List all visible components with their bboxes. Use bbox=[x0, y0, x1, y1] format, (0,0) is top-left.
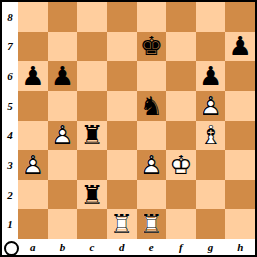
square-b8[interactable] bbox=[48, 2, 78, 32]
square-e5[interactable]: ♞ bbox=[137, 91, 167, 121]
square-a7[interactable] bbox=[18, 32, 48, 62]
file-label-b: b bbox=[48, 239, 78, 255]
piece-outline: ♔ bbox=[166, 150, 196, 180]
square-d2[interactable] bbox=[107, 180, 137, 210]
square-b5[interactable] bbox=[48, 91, 78, 121]
square-g2[interactable] bbox=[196, 180, 226, 210]
square-a5[interactable] bbox=[18, 91, 48, 121]
square-f4[interactable] bbox=[166, 121, 196, 151]
piece-white-bishop[interactable]: ♝♗ bbox=[196, 121, 226, 151]
rank-label-6: 6 bbox=[2, 61, 18, 91]
square-e6[interactable] bbox=[137, 61, 167, 91]
square-h4[interactable] bbox=[225, 121, 255, 151]
piece-outline: ♙ bbox=[196, 91, 226, 121]
piece-white-rook[interactable]: ♜♖ bbox=[137, 209, 167, 239]
rank-label-8: 8 bbox=[2, 2, 18, 32]
square-f1[interactable] bbox=[166, 209, 196, 239]
piece-black-pawn[interactable]: ♟ bbox=[48, 61, 78, 91]
square-f7[interactable] bbox=[166, 32, 196, 62]
piece-outline: ♙ bbox=[18, 150, 48, 180]
square-c6[interactable] bbox=[77, 61, 107, 91]
square-a2[interactable] bbox=[18, 180, 48, 210]
square-c3[interactable] bbox=[77, 150, 107, 180]
square-c5[interactable] bbox=[77, 91, 107, 121]
square-g5[interactable]: ♟♙ bbox=[196, 91, 226, 121]
rank-labels: 87654321 bbox=[2, 2, 18, 239]
rank-label-2: 2 bbox=[2, 180, 18, 210]
rank-label-3: 3 bbox=[2, 150, 18, 180]
piece-outline: ♙ bbox=[137, 150, 167, 180]
piece-black-king[interactable]: ♚ bbox=[137, 32, 167, 62]
piece-black-pawn[interactable]: ♟ bbox=[18, 61, 48, 91]
square-d1[interactable]: ♜♖ bbox=[107, 209, 137, 239]
square-e1[interactable]: ♜♖ bbox=[137, 209, 167, 239]
square-g4[interactable]: ♝♗ bbox=[196, 121, 226, 151]
square-e4[interactable] bbox=[137, 121, 167, 151]
file-label-g: g bbox=[196, 239, 226, 255]
square-b6[interactable]: ♟ bbox=[48, 61, 78, 91]
square-c2[interactable]: ♜ bbox=[77, 180, 107, 210]
square-e8[interactable] bbox=[137, 2, 167, 32]
rank-label-5: 5 bbox=[2, 91, 18, 121]
rank-label-1: 1 bbox=[2, 209, 18, 239]
square-f6[interactable] bbox=[166, 61, 196, 91]
square-d3[interactable] bbox=[107, 150, 137, 180]
file-label-c: c bbox=[77, 239, 107, 255]
square-f5[interactable] bbox=[166, 91, 196, 121]
square-f8[interactable] bbox=[166, 2, 196, 32]
piece-black-pawn[interactable]: ♟ bbox=[225, 32, 255, 62]
piece-white-pawn[interactable]: ♟♙ bbox=[18, 150, 48, 180]
square-f2[interactable] bbox=[166, 180, 196, 210]
chess-diagram: 87654321 ♚♟♟♟♟♞♟♙♟♙♜♝♗♟♙♟♙♚♔♜♜♖♜♖ abcdef… bbox=[0, 0, 257, 257]
piece-black-rook[interactable]: ♜ bbox=[77, 121, 107, 151]
piece-outline: ♙ bbox=[48, 121, 78, 151]
piece-black-knight[interactable]: ♞ bbox=[137, 91, 167, 121]
square-h8[interactable] bbox=[225, 2, 255, 32]
square-c1[interactable] bbox=[77, 209, 107, 239]
file-label-d: d bbox=[107, 239, 137, 255]
square-g1[interactable] bbox=[196, 209, 226, 239]
square-d6[interactable] bbox=[107, 61, 137, 91]
square-h3[interactable] bbox=[225, 150, 255, 180]
square-g7[interactable] bbox=[196, 32, 226, 62]
square-a8[interactable] bbox=[18, 2, 48, 32]
square-d7[interactable] bbox=[107, 32, 137, 62]
square-g8[interactable] bbox=[196, 2, 226, 32]
square-b2[interactable] bbox=[48, 180, 78, 210]
square-d8[interactable] bbox=[107, 2, 137, 32]
piece-black-pawn[interactable]: ♟ bbox=[196, 61, 226, 91]
file-label-a: a bbox=[18, 239, 48, 255]
piece-outline: ♖ bbox=[107, 209, 137, 239]
file-label-e: e bbox=[137, 239, 167, 255]
square-e3[interactable]: ♟♙ bbox=[137, 150, 167, 180]
piece-white-pawn[interactable]: ♟♙ bbox=[137, 150, 167, 180]
square-e2[interactable] bbox=[137, 180, 167, 210]
rank-label-7: 7 bbox=[2, 32, 18, 62]
square-c7[interactable] bbox=[77, 32, 107, 62]
square-c8[interactable] bbox=[77, 2, 107, 32]
square-c4[interactable]: ♜ bbox=[77, 121, 107, 151]
square-b4[interactable]: ♟♙ bbox=[48, 121, 78, 151]
square-d5[interactable] bbox=[107, 91, 137, 121]
piece-outline: ♗ bbox=[196, 121, 226, 151]
square-d4[interactable] bbox=[107, 121, 137, 151]
chess-board: ♚♟♟♟♟♞♟♙♟♙♜♝♗♟♙♟♙♚♔♜♜♖♜♖ bbox=[18, 2, 255, 239]
square-h6[interactable] bbox=[225, 61, 255, 91]
piece-white-rook[interactable]: ♜♖ bbox=[107, 209, 137, 239]
square-a1[interactable] bbox=[18, 209, 48, 239]
square-g6[interactable]: ♟ bbox=[196, 61, 226, 91]
square-g3[interactable] bbox=[196, 150, 226, 180]
square-a3[interactable]: ♟♙ bbox=[18, 150, 48, 180]
square-h5[interactable] bbox=[225, 91, 255, 121]
piece-outline: ♖ bbox=[137, 209, 167, 239]
square-b7[interactable] bbox=[48, 32, 78, 62]
rank-label-4: 4 bbox=[2, 121, 18, 151]
square-e7[interactable]: ♚ bbox=[137, 32, 167, 62]
piece-white-pawn[interactable]: ♟♙ bbox=[48, 121, 78, 151]
square-h7[interactable]: ♟ bbox=[225, 32, 255, 62]
piece-white-king[interactable]: ♚♔ bbox=[166, 150, 196, 180]
file-labels: abcdefgh bbox=[18, 239, 255, 255]
file-label-h: h bbox=[225, 239, 255, 255]
file-label-f: f bbox=[166, 239, 196, 255]
square-h1[interactable] bbox=[225, 209, 255, 239]
piece-white-pawn[interactable]: ♟♙ bbox=[196, 91, 226, 121]
square-b1[interactable] bbox=[48, 209, 78, 239]
square-a6[interactable]: ♟ bbox=[18, 61, 48, 91]
square-b3[interactable] bbox=[48, 150, 78, 180]
piece-black-rook[interactable]: ♜ bbox=[77, 180, 107, 210]
square-f3[interactable]: ♚♔ bbox=[166, 150, 196, 180]
white-to-move-indicator bbox=[4, 241, 19, 256]
square-a4[interactable] bbox=[18, 121, 48, 151]
square-h2[interactable] bbox=[225, 180, 255, 210]
